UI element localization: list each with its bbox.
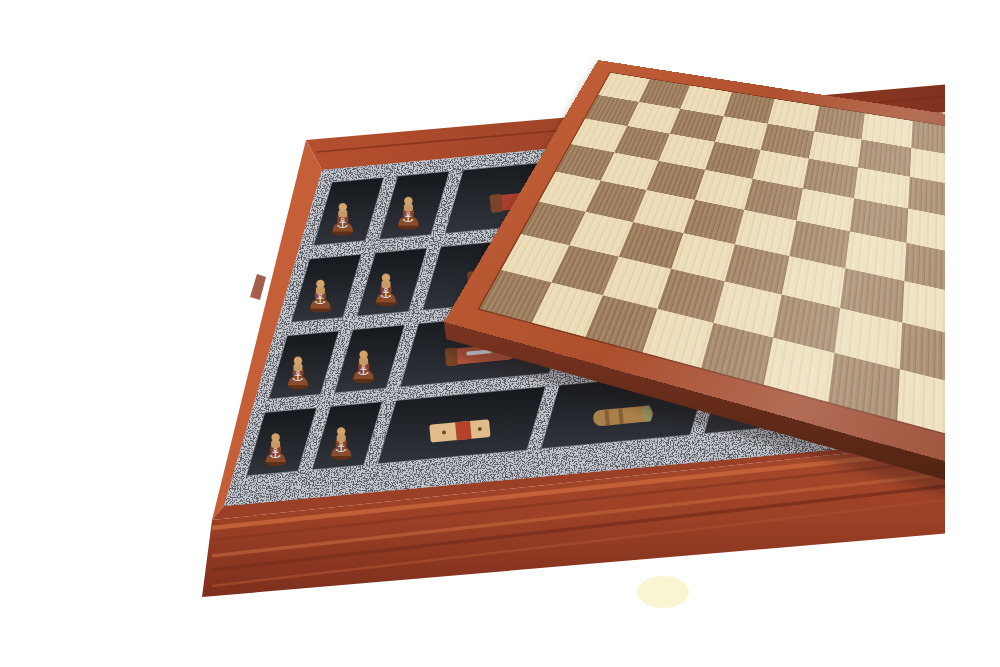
anchor-icon: ⚓	[380, 285, 393, 301]
anchor-icon: ⚓	[269, 445, 282, 461]
anchor-icon: ⚓	[357, 362, 370, 378]
anchor-icon: ⚓	[337, 215, 350, 231]
chess-set-product-photo: ⚓ ⚓ ⚓ ⚓ ⚓ ⚓	[0, 0, 1000, 667]
anchor-icon: ⚓	[402, 209, 415, 225]
anchor-icon: ⚓	[314, 291, 327, 307]
anchor-icon: ⚓	[335, 439, 348, 455]
photo-crop-white-strip	[945, 0, 1000, 667]
anchor-icon: ⚓	[292, 368, 305, 384]
box-rim-handle-notch	[250, 274, 266, 300]
background-smudge	[637, 576, 689, 608]
